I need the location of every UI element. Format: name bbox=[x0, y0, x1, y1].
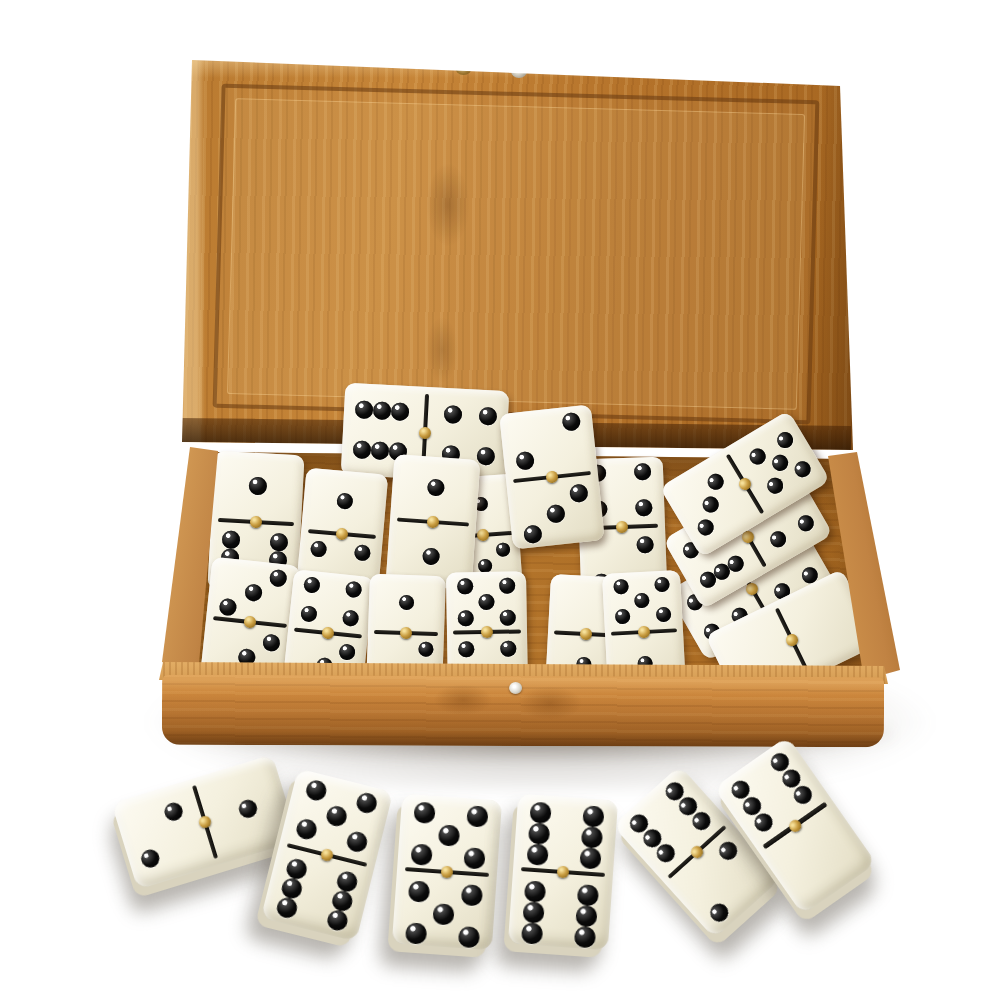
pip bbox=[426, 479, 444, 497]
pip bbox=[478, 593, 494, 609]
tile-half-1 bbox=[390, 454, 480, 525]
pip bbox=[499, 577, 515, 593]
pip bbox=[634, 593, 650, 609]
pip bbox=[613, 578, 629, 594]
lid-inner-panel bbox=[227, 98, 805, 410]
pip bbox=[546, 504, 566, 524]
domino-set-photo bbox=[0, 0, 1000, 1000]
pip bbox=[336, 492, 353, 509]
pip bbox=[345, 830, 369, 854]
pip bbox=[399, 595, 415, 611]
pip bbox=[275, 896, 299, 920]
pip bbox=[715, 838, 740, 863]
pip bbox=[300, 605, 318, 623]
pip bbox=[500, 609, 516, 625]
pip bbox=[561, 412, 581, 432]
tile-half-5 bbox=[392, 869, 497, 951]
tile-half-3 bbox=[506, 472, 605, 549]
pip bbox=[284, 857, 308, 881]
pip bbox=[569, 484, 589, 504]
pip bbox=[706, 900, 731, 925]
domino-tile-1-1[interactable] bbox=[386, 454, 481, 590]
pip bbox=[339, 643, 357, 661]
pip bbox=[458, 641, 474, 657]
pip bbox=[461, 884, 483, 906]
pip bbox=[433, 903, 455, 925]
pip bbox=[353, 440, 372, 459]
pip bbox=[794, 512, 816, 534]
tile-half-5 bbox=[397, 794, 502, 876]
pip bbox=[769, 452, 791, 474]
pip bbox=[342, 610, 360, 628]
tile-half-1 bbox=[368, 574, 446, 635]
pip bbox=[764, 475, 786, 497]
pip bbox=[746, 446, 768, 468]
pip bbox=[635, 499, 653, 517]
pip bbox=[326, 908, 350, 932]
pip bbox=[354, 544, 371, 561]
pip bbox=[391, 402, 410, 421]
pip bbox=[355, 401, 374, 420]
pip bbox=[524, 880, 546, 902]
pip bbox=[579, 847, 601, 869]
pip bbox=[139, 847, 161, 869]
pip bbox=[496, 542, 511, 557]
pip bbox=[418, 642, 434, 658]
tile-half-1 bbox=[301, 468, 388, 538]
pip bbox=[699, 494, 721, 516]
pip bbox=[614, 609, 630, 625]
pip bbox=[438, 824, 460, 846]
front-magnet-icon bbox=[509, 682, 522, 694]
pip bbox=[521, 922, 543, 944]
pip bbox=[269, 569, 288, 588]
pip bbox=[581, 826, 603, 848]
pip bbox=[262, 633, 281, 652]
pip bbox=[466, 805, 488, 827]
pip bbox=[577, 884, 599, 906]
pip bbox=[371, 441, 390, 460]
pip bbox=[237, 797, 259, 819]
pip bbox=[294, 817, 318, 841]
pip bbox=[244, 583, 263, 602]
pip bbox=[516, 451, 536, 471]
box-lid bbox=[175, 52, 865, 454]
tile-half-6 bbox=[513, 794, 618, 876]
tile-half-1 bbox=[211, 451, 304, 525]
pip bbox=[405, 922, 427, 944]
pip bbox=[444, 405, 463, 424]
pip bbox=[791, 459, 813, 481]
domino-tile-5-5[interactable] bbox=[392, 794, 502, 951]
pip bbox=[410, 843, 432, 865]
pip bbox=[162, 801, 184, 823]
pip bbox=[529, 802, 551, 824]
pip bbox=[656, 607, 672, 623]
pip bbox=[695, 517, 717, 539]
pip bbox=[270, 533, 289, 552]
pip bbox=[500, 640, 516, 656]
pip bbox=[304, 778, 328, 802]
pip bbox=[704, 471, 726, 493]
pip bbox=[458, 926, 480, 948]
pip bbox=[634, 463, 652, 481]
pip bbox=[219, 598, 238, 617]
pip bbox=[325, 804, 349, 828]
pip bbox=[413, 802, 435, 824]
pip bbox=[422, 547, 440, 565]
pip bbox=[457, 610, 473, 626]
pip bbox=[373, 402, 392, 421]
domino-tile-2-3[interactable] bbox=[499, 405, 605, 550]
pip bbox=[345, 580, 363, 598]
pip bbox=[522, 901, 544, 923]
pip bbox=[310, 540, 327, 557]
tile-half-5 bbox=[602, 570, 683, 634]
tile-half-5 bbox=[446, 571, 527, 632]
pip bbox=[222, 530, 241, 549]
pip bbox=[582, 805, 604, 827]
tile-half-2 bbox=[499, 405, 598, 482]
domino-tile-6-6[interactable] bbox=[508, 794, 618, 951]
pip bbox=[478, 407, 497, 426]
pip bbox=[526, 843, 548, 865]
pip bbox=[574, 926, 596, 948]
tile-half-6 bbox=[508, 869, 613, 951]
pip bbox=[457, 578, 473, 594]
pip bbox=[303, 576, 321, 594]
box-wall-front bbox=[162, 675, 884, 748]
pip bbox=[654, 576, 670, 592]
pip bbox=[767, 528, 789, 550]
pip bbox=[528, 823, 550, 845]
pip bbox=[463, 847, 485, 869]
pip bbox=[248, 476, 267, 495]
pip bbox=[355, 791, 379, 815]
pip bbox=[280, 876, 304, 900]
pip bbox=[523, 524, 543, 544]
pip bbox=[637, 536, 655, 554]
pip bbox=[774, 429, 796, 451]
pip bbox=[575, 905, 597, 927]
pip bbox=[408, 880, 430, 902]
pip bbox=[335, 869, 359, 893]
pip bbox=[330, 889, 354, 913]
